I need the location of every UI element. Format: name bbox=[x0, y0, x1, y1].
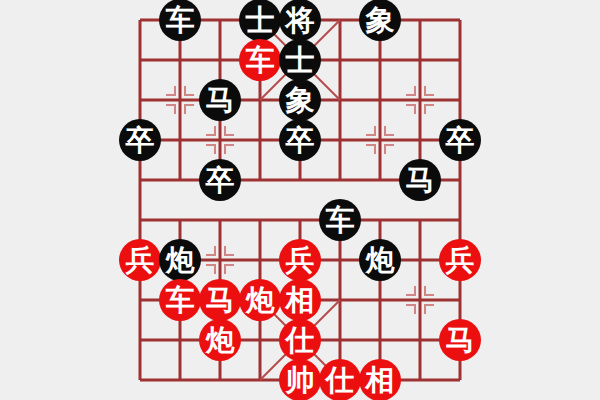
piece-black-cannon[interactable]: 炮 bbox=[159, 239, 201, 281]
piece-red-cannon[interactable]: 炮 bbox=[199, 319, 241, 361]
xiangqi-board[interactable]: 车士将象车士马象卒卒卒卒马车兵炮兵炮兵车马炮相炮仕马帅仕相 bbox=[0, 0, 600, 400]
piece-black-advisor[interactable]: 士 bbox=[239, 0, 281, 41]
piece-black-pawn[interactable]: 卒 bbox=[279, 119, 321, 161]
piece-red-elephant[interactable]: 相 bbox=[279, 279, 321, 321]
piece-black-elephant[interactable]: 象 bbox=[279, 79, 321, 121]
piece-red-advisor[interactable]: 仕 bbox=[319, 359, 361, 400]
piece-red-cannon[interactable]: 炮 bbox=[239, 279, 281, 321]
piece-black-pawn[interactable]: 卒 bbox=[439, 119, 481, 161]
piece-red-pawn[interactable]: 兵 bbox=[119, 239, 161, 281]
piece-black-horse[interactable]: 马 bbox=[199, 79, 241, 121]
piece-black-horse[interactable]: 马 bbox=[399, 159, 441, 201]
piece-red-horse[interactable]: 马 bbox=[199, 279, 241, 321]
piece-black-chariot[interactable]: 车 bbox=[319, 199, 361, 241]
piece-black-general[interactable]: 将 bbox=[279, 0, 321, 41]
piece-red-chariot[interactable]: 车 bbox=[159, 279, 201, 321]
piece-red-horse[interactable]: 马 bbox=[439, 319, 481, 361]
piece-black-pawn[interactable]: 卒 bbox=[119, 119, 161, 161]
piece-red-advisor[interactable]: 仕 bbox=[279, 319, 321, 361]
piece-red-pawn[interactable]: 兵 bbox=[279, 239, 321, 281]
piece-red-pawn[interactable]: 兵 bbox=[439, 239, 481, 281]
piece-black-chariot[interactable]: 车 bbox=[159, 0, 201, 41]
piece-red-general[interactable]: 帅 bbox=[279, 359, 321, 400]
piece-black-advisor[interactable]: 士 bbox=[279, 39, 321, 81]
piece-black-elephant[interactable]: 象 bbox=[359, 0, 401, 41]
piece-black-cannon[interactable]: 炮 bbox=[359, 239, 401, 281]
piece-black-pawn[interactable]: 卒 bbox=[199, 159, 241, 201]
piece-red-elephant[interactable]: 相 bbox=[359, 359, 401, 400]
piece-red-chariot[interactable]: 车 bbox=[239, 39, 281, 81]
